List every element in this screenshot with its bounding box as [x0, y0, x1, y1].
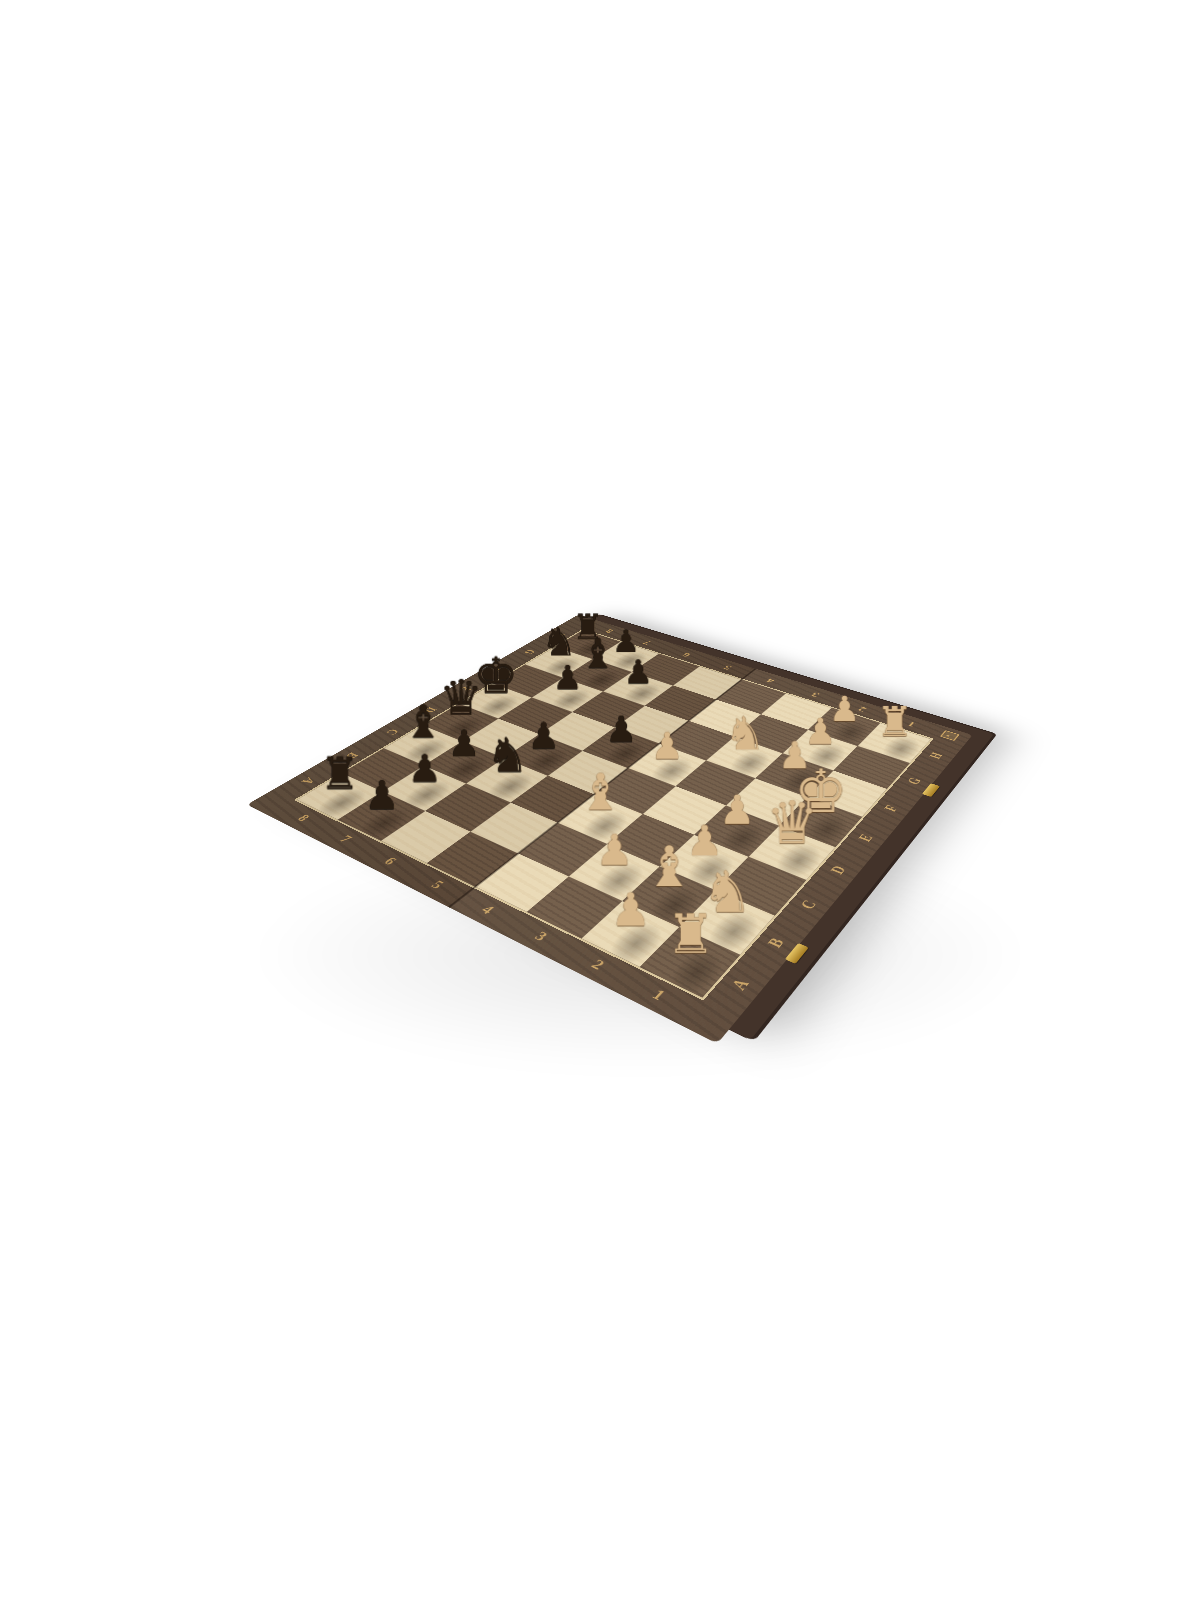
white-rook-a1-icon: ♜ — [627, 906, 754, 960]
product-photo: ABCDEFGH ABCDEFGH 87654321 87654321 ♜♝♛♚… — [0, 0, 1200, 1600]
brand-logo — [940, 730, 960, 741]
white-pawn-e4-icon: ♟ — [618, 728, 717, 765]
black-pawn-a7-icon: ♟ — [329, 776, 435, 815]
white-bishop-c4-icon: ♝ — [547, 768, 654, 818]
